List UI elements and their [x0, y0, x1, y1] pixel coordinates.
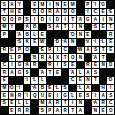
- cell-r12c6[interactable]: B: [39, 85, 46, 92]
- cell-r12c12[interactable]: A: [85, 85, 92, 92]
- cell-r5c3[interactable]: 24A: [16, 31, 23, 38]
- cell-r9c10[interactable]: E: [69, 62, 76, 69]
- clue-number: 44: [1, 69, 3, 71]
- cell-r3c15[interactable]: N: [107, 16, 114, 23]
- clue-number: 3: [16, 1, 17, 3]
- cell-r6c14[interactable]: 32L: [100, 39, 107, 46]
- black-cell-r8c4: [24, 54, 31, 61]
- black-cell-r6c11: [77, 39, 84, 46]
- cell-r4c15[interactable]: T: [107, 24, 114, 31]
- cell-r5c12[interactable]: 26E: [85, 31, 92, 38]
- cell-r2c13[interactable]: C: [92, 9, 99, 16]
- cell-r1c3[interactable]: 3Y: [16, 1, 23, 8]
- cell-r3c11[interactable]: 19A: [77, 16, 84, 23]
- cell-letter: T: [3, 10, 6, 15]
- cell-letter: L: [102, 40, 105, 45]
- clue-number: 4: [32, 1, 33, 3]
- cell-r14c1[interactable]: 65S: [1, 100, 8, 107]
- clue-number: 60: [100, 85, 102, 87]
- black-cell-r6c7: [47, 39, 54, 46]
- cell-letter: E: [109, 10, 112, 15]
- cell-letter: R: [56, 101, 59, 106]
- cell-r9c3[interactable]: G: [16, 62, 23, 69]
- cell-r14c7[interactable]: A: [47, 100, 54, 107]
- cell-r6c13[interactable]: 31I: [92, 39, 99, 46]
- cell-letter: I: [26, 78, 27, 83]
- cell-letter: H: [10, 10, 13, 15]
- cell-r9c9[interactable]: S: [62, 62, 69, 69]
- cell-letter: I: [34, 18, 35, 23]
- cell-r10c10[interactable]: 46A: [69, 69, 76, 76]
- cell-r6c8[interactable]: 28D: [54, 39, 61, 46]
- cell-r10c8[interactable]: E: [54, 69, 61, 76]
- cell-r6c3[interactable]: 27S: [16, 39, 23, 46]
- cell-letter: A: [79, 18, 82, 23]
- cell-r11c5[interactable]: 49L: [31, 77, 38, 84]
- clue-number: 54: [16, 85, 18, 87]
- cell-r10c11[interactable]: 47L: [77, 69, 84, 76]
- clue-number: 38: [32, 54, 34, 56]
- cell-r10c2[interactable]: A: [9, 69, 16, 76]
- cell-r15c11[interactable]: A: [77, 107, 84, 114]
- cell-r15c10[interactable]: T: [69, 107, 76, 114]
- cell-r2c15[interactable]: 16E: [107, 9, 114, 16]
- cell-r11c13[interactable]: T: [92, 77, 99, 84]
- cell-letter: S: [3, 101, 6, 106]
- cell-r14c6[interactable]: 66M: [39, 100, 46, 107]
- cell-r12c2[interactable]: 53O: [9, 85, 16, 92]
- clue-number: 48: [24, 77, 26, 79]
- cell-r8c2[interactable]: 37L: [9, 54, 16, 61]
- cell-r12c5[interactable]: 55A: [31, 85, 38, 92]
- cell-r15c8[interactable]: A: [54, 107, 61, 114]
- cell-r13c2[interactable]: N: [9, 92, 16, 99]
- cell-letter: A: [10, 3, 13, 8]
- clue-number: 51: [108, 77, 110, 79]
- clue-number: 39: [92, 54, 94, 56]
- cell-letter: R: [41, 56, 44, 61]
- cell-r6c6[interactable]: W: [39, 39, 46, 46]
- cell-r2c12[interactable]: 15I: [85, 9, 92, 16]
- cell-letter: E: [56, 71, 59, 76]
- black-cell-r9c11: [77, 62, 84, 69]
- cell-r12c3[interactable]: 54I: [16, 85, 23, 92]
- cell-r11c6[interactable]: L: [39, 77, 46, 84]
- cell-r13c11[interactable]: E: [77, 92, 84, 99]
- black-cell-r7c10: [69, 47, 76, 54]
- cell-r1c6[interactable]: 5M: [39, 1, 46, 8]
- cell-r5c1[interactable]: P: [1, 31, 8, 38]
- cell-r8c14[interactable]: T: [100, 54, 107, 61]
- cell-letter: M: [2, 86, 6, 91]
- cell-letter: Q: [33, 94, 37, 99]
- cell-r10c3[interactable]: G: [16, 69, 23, 76]
- cell-letter: P: [18, 18, 21, 23]
- cell-letter: M: [40, 101, 44, 106]
- cell-r14c4[interactable]: L: [24, 100, 31, 107]
- cell-r15c14[interactable]: E: [100, 107, 107, 114]
- cell-r6c10[interactable]: N: [69, 39, 76, 46]
- cell-r10c13[interactable]: S: [92, 69, 99, 76]
- cell-r7c6[interactable]: 35E: [39, 47, 46, 54]
- cell-r3c1[interactable]: 17O: [1, 16, 8, 23]
- clue-number: 6: [47, 1, 48, 3]
- cell-letter: A: [56, 109, 59, 114]
- cell-r15c2[interactable]: 68E: [9, 107, 16, 114]
- cell-letter: R: [63, 109, 66, 114]
- cell-r1c2[interactable]: 2A: [9, 1, 16, 8]
- cell-r8c8[interactable]: X: [54, 54, 61, 61]
- cell-letter: B: [33, 56, 36, 61]
- cell-r1c13[interactable]: 11I: [92, 1, 99, 8]
- cell-r15c9[interactable]: R: [62, 107, 69, 114]
- cell-r14c8[interactable]: R: [54, 100, 61, 107]
- clue-number: 34: [9, 47, 11, 49]
- cell-r4c7[interactable]: 22S: [47, 24, 54, 31]
- clue-number: 42: [47, 62, 49, 64]
- cell-r2c5[interactable]: 14D: [31, 9, 38, 16]
- cell-r14c13[interactable]: 67A: [92, 100, 99, 107]
- cell-r1c10[interactable]: 9M: [69, 1, 76, 8]
- cell-letter: L: [33, 78, 36, 83]
- cell-r12c1[interactable]: 52M: [1, 85, 8, 92]
- cell-r14c15[interactable]: C: [107, 100, 114, 107]
- crossword-grid: 1S2A3Y4E5M6I7N8E9M10P11I12G13THE14DORADO…: [0, 0, 115, 115]
- cell-r14c3[interactable]: L: [16, 100, 23, 107]
- cell-r8c13[interactable]: 39A: [92, 54, 99, 61]
- cell-letter: I: [49, 18, 50, 23]
- black-cell-r8c1: [1, 54, 8, 61]
- cell-r3c5[interactable]: I: [31, 16, 38, 23]
- cell-r7c15[interactable]: E: [107, 47, 114, 54]
- cell-r15c7[interactable]: P: [47, 107, 54, 114]
- cell-r2c3[interactable]: E: [16, 9, 23, 16]
- cell-r5c15[interactable]: R: [107, 31, 114, 38]
- black-cell-r15c1: [1, 107, 8, 114]
- cell-r13c15[interactable]: S: [107, 92, 114, 99]
- cell-r5c5[interactable]: L: [31, 31, 38, 38]
- cell-r8c5[interactable]: 38B: [31, 54, 38, 61]
- cell-letter: T: [64, 25, 67, 30]
- cell-r6c9[interactable]: 29A: [62, 39, 69, 46]
- cell-r7c4[interactable]: O: [24, 47, 31, 54]
- cell-r2c7[interactable]: R: [47, 9, 54, 16]
- cell-r2c8[interactable]: A: [54, 9, 61, 16]
- cell-r4c2[interactable]: Y: [9, 24, 16, 31]
- cell-r7c7[interactable]: P: [47, 47, 54, 54]
- cell-r15c4[interactable]: R: [24, 107, 31, 114]
- clue-number: 13: [1, 9, 3, 11]
- cell-letter: S: [109, 94, 112, 99]
- cell-letter: L: [79, 71, 82, 76]
- cell-letter: I: [49, 3, 50, 8]
- cell-r14c2[interactable]: E: [9, 100, 16, 107]
- cell-r13c9[interactable]: G: [62, 92, 69, 99]
- cell-letter: G: [63, 94, 67, 99]
- cell-letter: L: [56, 86, 59, 91]
- cell-r4c8[interactable]: A: [54, 24, 61, 31]
- cell-letter: E: [109, 40, 112, 45]
- cell-r7c14[interactable]: T: [100, 47, 107, 54]
- cell-r2c9[interactable]: D: [62, 9, 69, 16]
- cell-letter: S: [41, 109, 44, 114]
- cell-letter: N: [56, 3, 59, 8]
- cell-r7c1[interactable]: 33R: [1, 47, 8, 54]
- cell-letter: I: [26, 94, 27, 99]
- cell-r7c3[interactable]: P: [16, 47, 23, 54]
- cell-letter: I: [72, 101, 73, 106]
- cell-r13c10[interactable]: 63L: [69, 92, 76, 99]
- cell-letter: A: [56, 25, 59, 30]
- cell-r7c13[interactable]: S: [92, 47, 99, 54]
- cell-letter: P: [48, 48, 51, 53]
- cell-letter: I: [64, 18, 65, 23]
- cell-r3c2[interactable]: O: [9, 16, 16, 23]
- cell-r15c13[interactable]: 70N: [92, 107, 99, 114]
- cell-r11c4[interactable]: 48I: [24, 77, 31, 84]
- cell-r10c6[interactable]: 45A: [39, 69, 46, 76]
- clue-number: 12: [100, 1, 102, 3]
- cell-letter: B: [33, 25, 36, 30]
- cell-r11c15[interactable]: 51D: [107, 77, 114, 84]
- cell-r3c8[interactable]: D: [54, 16, 61, 23]
- clue-number: 25: [70, 31, 72, 33]
- clue-number: 31: [92, 39, 94, 41]
- cell-r4c11[interactable]: N: [77, 24, 84, 31]
- cell-r6c15[interactable]: E: [107, 39, 114, 46]
- clue-number: 36: [77, 47, 79, 49]
- cell-r1c5[interactable]: 4E: [31, 1, 38, 8]
- cell-r1c12[interactable]: 10P: [85, 1, 92, 8]
- cell-r10c7[interactable]: T: [47, 69, 54, 76]
- cell-r3c7[interactable]: I: [47, 16, 54, 23]
- cell-r14c14[interactable]: R: [100, 100, 107, 107]
- cell-r9c1[interactable]: 40C: [1, 62, 8, 69]
- cell-letter: O: [25, 48, 29, 53]
- cell-letter: L: [71, 94, 74, 99]
- cell-letter: R: [101, 101, 104, 106]
- cell-r9c7[interactable]: 42R: [47, 62, 54, 69]
- cell-r2c2[interactable]: H: [9, 9, 16, 16]
- cell-letter: R: [18, 109, 21, 114]
- cell-r6c5[interactable]: E: [31, 39, 38, 46]
- clue-number: 27: [16, 39, 18, 41]
- cell-r11c12[interactable]: N: [85, 77, 92, 84]
- cell-r7c11[interactable]: 36W: [77, 47, 84, 54]
- cell-r4c1[interactable]: 20M: [1, 24, 8, 31]
- cell-r7c2[interactable]: 34E: [9, 47, 16, 54]
- cell-r1c1[interactable]: 1S: [1, 1, 8, 8]
- cell-r10c12[interactable]: A: [85, 69, 92, 76]
- cell-letter: R: [3, 71, 6, 76]
- cell-letter: S: [94, 25, 97, 30]
- cell-r5c10[interactable]: 25O: [69, 31, 76, 38]
- cell-letter: C: [109, 101, 112, 106]
- cell-r9c8[interactable]: I: [54, 62, 61, 69]
- black-cell-r6c1: [1, 39, 8, 46]
- clue-number: 52: [1, 85, 3, 87]
- cell-r2c10[interactable]: O: [69, 9, 76, 16]
- cell-r5c6[interactable]: E: [39, 31, 46, 38]
- cell-r13c3[interactable]: R: [16, 92, 23, 99]
- cell-r7c12[interactable]: A: [85, 47, 92, 54]
- cell-letter: R: [18, 94, 21, 99]
- cell-r9c12[interactable]: 43R: [85, 62, 92, 69]
- cell-letter: P: [18, 48, 21, 53]
- cell-r3c10[interactable]: T: [69, 16, 76, 23]
- cell-r4c4[interactable]: 21A: [24, 24, 31, 31]
- clue-number: 58: [62, 85, 64, 87]
- cell-r9c13[interactable]: E: [92, 62, 99, 69]
- cell-r8c9[interactable]: T: [62, 54, 69, 61]
- cell-letter: V: [86, 40, 89, 45]
- black-cell-r8c12: [85, 54, 92, 61]
- cell-letter: M: [40, 3, 44, 8]
- cell-r2c6[interactable]: O: [39, 9, 46, 16]
- black-cell-r10c15: [107, 69, 114, 76]
- cell-r9c15[interactable]: D: [107, 62, 114, 69]
- cell-r9c14[interactable]: N: [100, 62, 107, 69]
- cell-letter: D: [41, 18, 44, 23]
- cell-letter: G: [18, 71, 22, 76]
- cell-letter: N: [71, 40, 74, 45]
- cell-r13c6[interactable]: U: [39, 92, 46, 99]
- cell-letter: E: [102, 109, 105, 114]
- cell-letter: A: [94, 56, 97, 61]
- cell-r12c8[interactable]: 57L: [54, 85, 61, 92]
- cell-letter: L: [18, 101, 21, 106]
- cell-r8c6[interactable]: R: [39, 54, 46, 61]
- cell-r12c7[interactable]: 56E: [47, 85, 54, 92]
- clue-number: 64: [92, 92, 94, 94]
- cell-letter: Y: [10, 25, 13, 30]
- cell-r2c1[interactable]: 13T: [1, 9, 8, 16]
- cell-r3c13[interactable]: A: [92, 16, 99, 23]
- cell-r6c12[interactable]: 30V: [85, 39, 92, 46]
- cell-r12c15[interactable]: I: [107, 85, 114, 92]
- cell-r1c7[interactable]: 6I: [47, 1, 54, 8]
- cell-r5c4[interactable]: B: [24, 31, 31, 38]
- cell-r5c11[interactable]: N: [77, 31, 84, 38]
- clue-number: 24: [16, 31, 18, 33]
- cell-r3c9[interactable]: I: [62, 16, 69, 23]
- cell-r10c4[interactable]: S: [24, 69, 31, 76]
- cell-r7c8[interactable]: I: [54, 47, 61, 54]
- cell-r11c11[interactable]: E: [77, 77, 84, 84]
- cell-letter: S: [18, 40, 21, 45]
- cell-letter: N: [79, 101, 82, 106]
- cell-r14c11[interactable]: N: [77, 100, 84, 107]
- black-cell-r15c5: [31, 107, 38, 114]
- clue-number: 47: [77, 69, 79, 71]
- cell-letter: I: [19, 86, 20, 91]
- cell-r3c4[interactable]: 18S: [24, 16, 31, 23]
- cell-r13c14[interactable]: A: [100, 92, 107, 99]
- black-cell-r5c2: [9, 31, 16, 38]
- cell-r7c9[interactable]: C: [62, 47, 69, 54]
- cell-r13c7[interactable]: E: [47, 92, 54, 99]
- cell-letter: A: [56, 10, 59, 15]
- cell-r2c14[interactable]: E: [100, 9, 107, 16]
- cell-r1c9[interactable]: 8E: [62, 1, 69, 8]
- cell-letter: N: [10, 94, 13, 99]
- cell-r1c14[interactable]: 12G: [100, 1, 107, 8]
- cell-letter: E: [64, 3, 67, 8]
- cell-r3c14[interactable]: I: [100, 16, 107, 23]
- cell-r14c9[interactable]: T: [62, 100, 69, 107]
- cell-r13c13[interactable]: 64I: [92, 92, 99, 99]
- cell-letter: C: [71, 78, 74, 83]
- cell-r4c9[interactable]: T: [62, 24, 69, 31]
- clue-number: 17: [1, 16, 3, 18]
- cell-letter: Y: [18, 3, 21, 8]
- cell-r4c5[interactable]: B: [31, 24, 38, 31]
- cell-r4c10[interactable]: I: [69, 24, 76, 31]
- cell-letter: E: [86, 33, 89, 38]
- cell-r14c10[interactable]: I: [69, 100, 76, 107]
- cell-letter: M: [71, 3, 75, 8]
- black-cell-r11c14: [100, 77, 107, 84]
- cell-r8c3[interactable]: P: [16, 54, 23, 61]
- cell-r13c8[interactable]: I: [54, 92, 61, 99]
- cell-r12c14[interactable]: 60H: [100, 85, 107, 92]
- cell-letter: R: [48, 10, 51, 15]
- cell-r13c4[interactable]: 62I: [24, 92, 31, 99]
- cell-letter: A: [101, 94, 104, 99]
- cell-letter: T: [102, 56, 105, 61]
- cell-r10c1[interactable]: 44R: [1, 69, 8, 76]
- cell-r8c11[interactable]: N: [77, 54, 84, 61]
- cell-r6c4[interactable]: K: [24, 39, 31, 46]
- cell-r4c13[interactable]: 23S: [92, 24, 99, 31]
- cell-letter: D: [109, 63, 112, 68]
- cell-r3c12[interactable]: G: [85, 16, 92, 23]
- cell-r13c12[interactable]: S: [85, 92, 92, 99]
- cell-letter: G: [86, 18, 90, 23]
- black-cell-r10c14: [100, 69, 107, 76]
- cell-r13c1[interactable]: 61E: [1, 92, 8, 99]
- cell-letter: N: [86, 78, 89, 83]
- black-cell-r15c12: [85, 107, 92, 114]
- cell-r15c15[interactable]: O: [107, 107, 114, 114]
- clue-number: 61: [1, 92, 3, 94]
- cell-r15c6[interactable]: 69S: [39, 107, 46, 114]
- cell-r15c3[interactable]: R: [16, 107, 23, 114]
- cell-r9c5[interactable]: R: [31, 62, 38, 69]
- cell-r1c8[interactable]: 7N: [54, 1, 61, 8]
- cell-r8c7[interactable]: A: [47, 54, 54, 61]
- cell-r9c4[interactable]: 41A: [24, 62, 31, 69]
- cell-letter: N: [79, 33, 82, 38]
- cell-letter: N: [101, 63, 104, 68]
- cell-r4c14[interactable]: E: [100, 24, 107, 31]
- cell-letter: O: [41, 10, 45, 15]
- cell-letter: O: [71, 56, 75, 61]
- cell-r3c3[interactable]: P: [16, 16, 23, 23]
- clue-number: 35: [39, 47, 41, 49]
- black-cell-r7c5: [31, 47, 38, 54]
- black-cell-r11c8: [54, 77, 61, 84]
- cell-r13c5[interactable]: Q: [31, 92, 38, 99]
- cell-r8c10[interactable]: O: [69, 54, 76, 61]
- cell-r12c11[interactable]: 59L: [77, 85, 84, 92]
- cell-r12c9[interactable]: 58S: [62, 85, 69, 92]
- cell-letter: E: [18, 10, 21, 15]
- cell-r11c10[interactable]: 50C: [69, 77, 76, 84]
- cell-r3c6[interactable]: D: [39, 16, 46, 23]
- cell-r9c2[interactable]: I: [9, 62, 16, 69]
- cell-r11c1[interactable]: E: [1, 77, 8, 84]
